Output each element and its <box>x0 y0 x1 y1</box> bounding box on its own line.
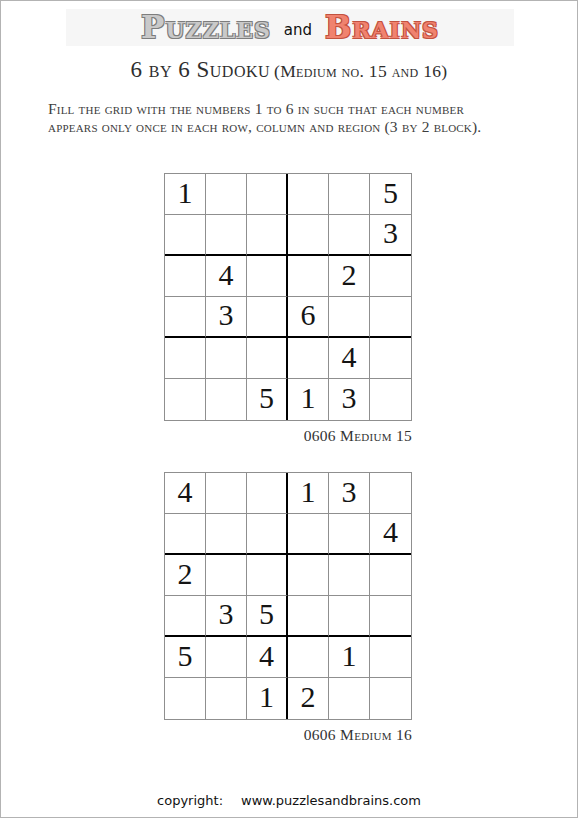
sudoku-cell-r1c2 <box>206 174 247 215</box>
sudoku-cell-r2c3 <box>247 514 288 555</box>
sudoku-cell-r6c4: 2 <box>288 678 329 719</box>
sudoku-cell-r5c6 <box>370 637 411 678</box>
sudoku-cell-r1c4: 1 <box>288 473 329 514</box>
sudoku-cell-r5c5: 4 <box>329 338 370 379</box>
sudoku-cell-r4c5 <box>329 297 370 338</box>
sudoku-cell-r1c2 <box>206 473 247 514</box>
sudoku-cell-r5c1 <box>165 338 206 379</box>
sudoku-cell-r6c6 <box>370 379 411 420</box>
sudoku-cell-r4c5 <box>329 596 370 637</box>
sudoku-cell-r6c1 <box>165 678 206 719</box>
sudoku-cell-r4c4 <box>288 596 329 637</box>
sudoku-cell-r5c4 <box>288 637 329 678</box>
sudoku-board-medium-15: 15342364513 <box>164 173 412 421</box>
sudoku-cell-r3c5 <box>329 555 370 596</box>
sudoku-cell-r1c5 <box>329 174 370 215</box>
sudoku-cell-r3c3 <box>247 256 288 297</box>
sudoku-cell-r4c3: 5 <box>247 596 288 637</box>
sudoku-cell-r2c4 <box>288 215 329 256</box>
sudoku-cell-r6c4: 1 <box>288 379 329 420</box>
sudoku-cell-r5c3 <box>247 338 288 379</box>
board-label-medium-16: 0606 Medium 16 <box>164 726 412 744</box>
sudoku-cell-r3c3 <box>247 555 288 596</box>
sudoku-cell-r4c6 <box>370 596 411 637</box>
sudoku-board-medium-16: 413423554112 <box>164 472 412 720</box>
logo-and: and <box>284 17 312 39</box>
sudoku-cell-r6c1 <box>165 379 206 420</box>
footer-copyright: copyright:www.puzzlesandbrains.com <box>1 793 577 808</box>
sudoku-cell-r2c5 <box>329 215 370 256</box>
sudoku-cell-r5c6 <box>370 338 411 379</box>
sudoku-cell-r3c2: 4 <box>206 256 247 297</box>
logo-puzzles: Puzzles <box>141 12 271 43</box>
sudoku-cell-r4c1 <box>165 297 206 338</box>
sudoku-cell-r4c2: 3 <box>206 596 247 637</box>
instructions-line-2: appears only once in each row, column an… <box>48 118 548 136</box>
sudoku-cell-r5c2 <box>206 637 247 678</box>
sudoku-cell-r6c5 <box>329 678 370 719</box>
sudoku-cell-r2c3 <box>247 215 288 256</box>
sudoku-cell-r2c4 <box>288 514 329 555</box>
sudoku-cell-r5c1: 5 <box>165 637 206 678</box>
instructions-line-1: Fill the grid with the numbers 1 to 6 in… <box>48 100 548 118</box>
sudoku-cell-r1c4 <box>288 174 329 215</box>
copyright-label: copyright: <box>157 793 223 808</box>
sudoku-cell-r2c5 <box>329 514 370 555</box>
sudoku-cell-r2c1 <box>165 514 206 555</box>
sudoku-cell-r5c4 <box>288 338 329 379</box>
sudoku-cell-r6c2 <box>206 678 247 719</box>
website-url: www.puzzlesandbrains.com <box>241 793 421 808</box>
sudoku-cell-r4c4: 6 <box>288 297 329 338</box>
sudoku-cell-r6c5: 3 <box>329 379 370 420</box>
sudoku-cell-r4c6 <box>370 297 411 338</box>
board-label-medium-15: 0606 Medium 15 <box>164 427 412 445</box>
sudoku-cell-r1c6 <box>370 473 411 514</box>
sudoku-cell-r1c3 <box>247 174 288 215</box>
sudoku-cell-r3c4 <box>288 555 329 596</box>
page-title-main: 6 by 6 Sudoku <box>131 57 271 82</box>
sudoku-cell-r5c2 <box>206 338 247 379</box>
sudoku-cell-r3c6 <box>370 555 411 596</box>
sudoku-cell-r6c2 <box>206 379 247 420</box>
logo-bar: Puzzles and Brains <box>66 9 514 46</box>
sudoku-cell-r2c6: 4 <box>370 514 411 555</box>
sudoku-cell-r4c3 <box>247 297 288 338</box>
logo-brains: Brains <box>325 12 439 43</box>
worksheet-page: Puzzles and Brains 6 by 6 Sudoku (Medium… <box>0 0 578 818</box>
sudoku-cell-r4c1 <box>165 596 206 637</box>
sudoku-cell-r2c2 <box>206 514 247 555</box>
sudoku-cell-r5c3: 4 <box>247 637 288 678</box>
sudoku-cell-r5c5: 1 <box>329 637 370 678</box>
sudoku-cell-r2c1 <box>165 215 206 256</box>
sudoku-cell-r2c2 <box>206 215 247 256</box>
sudoku-cell-r1c5: 3 <box>329 473 370 514</box>
sudoku-cell-r4c2: 3 <box>206 297 247 338</box>
sudoku-cell-r3c1 <box>165 256 206 297</box>
sudoku-cell-r1c1: 4 <box>165 473 206 514</box>
sudoku-cell-r3c5: 2 <box>329 256 370 297</box>
sudoku-cell-r6c3: 1 <box>247 678 288 719</box>
sudoku-cell-r2c6: 3 <box>370 215 411 256</box>
page-title: 6 by 6 Sudoku (Medium no. 15 and 16) <box>1 57 577 83</box>
instructions: Fill the grid with the numbers 1 to 6 in… <box>48 100 548 135</box>
sudoku-cell-r1c3 <box>247 473 288 514</box>
sudoku-cell-r3c2 <box>206 555 247 596</box>
sudoku-cell-r3c6 <box>370 256 411 297</box>
sudoku-cell-r6c6 <box>370 678 411 719</box>
sudoku-cell-r6c3: 5 <box>247 379 288 420</box>
sudoku-cell-r1c1: 1 <box>165 174 206 215</box>
page-title-sub: (Medium no. 15 and 16) <box>274 61 447 81</box>
sudoku-cell-r3c1: 2 <box>165 555 206 596</box>
sudoku-cell-r3c4 <box>288 256 329 297</box>
sudoku-cell-r1c6: 5 <box>370 174 411 215</box>
